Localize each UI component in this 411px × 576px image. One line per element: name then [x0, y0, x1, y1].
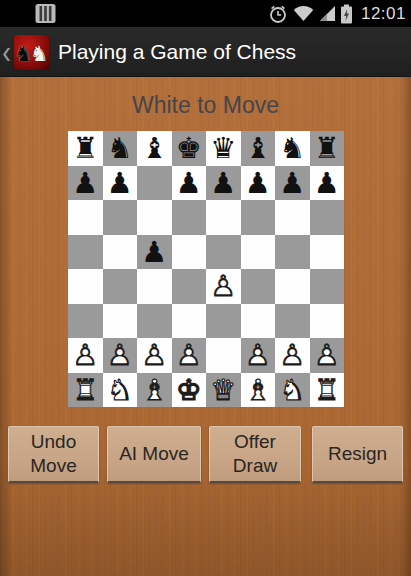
square-a7[interactable]: ♟	[68, 166, 103, 201]
square-e6[interactable]	[206, 200, 241, 235]
square-a3[interactable]	[68, 304, 103, 339]
status-system-icons: 12:01	[268, 4, 406, 24]
square-a5[interactable]	[68, 235, 103, 270]
signal-icon	[319, 5, 336, 22]
status-bar: 12:01	[0, 0, 411, 28]
piece-black-rook: ♜	[310, 131, 345, 166]
square-g1[interactable]: ♞♘	[275, 373, 310, 408]
square-g6[interactable]	[275, 200, 310, 235]
square-d8[interactable]: ♚	[172, 131, 207, 166]
screen: 12:01 ‹ ♞ ♞ Playing a Game of Chess Whit…	[0, 0, 411, 576]
square-f4[interactable]	[241, 269, 276, 304]
square-d7[interactable]: ♟	[172, 166, 207, 201]
square-e1[interactable]: ♛♕	[206, 373, 241, 408]
square-b5[interactable]	[103, 235, 138, 270]
piece-white-bishop: ♝♗	[241, 373, 276, 408]
piece-white-pawn: ♟♙	[68, 338, 103, 373]
piece-white-pawn: ♟♙	[206, 269, 241, 304]
square-a4[interactable]	[68, 269, 103, 304]
square-b7[interactable]: ♟	[103, 166, 138, 201]
square-c1[interactable]: ♝♗	[137, 373, 172, 408]
square-c5[interactable]: ♟	[137, 235, 172, 270]
back-chevron-icon[interactable]: ‹	[0, 25, 13, 80]
piece-white-queen: ♛♕	[206, 373, 241, 408]
square-b2[interactable]: ♟♙	[103, 338, 138, 373]
white-knight-icon: ♞	[30, 38, 49, 70]
piece-black-pawn: ♟	[310, 166, 345, 201]
ai-move-label: AI Move	[113, 442, 195, 466]
square-e5[interactable]	[206, 235, 241, 270]
piece-black-pawn: ♟	[137, 235, 172, 270]
square-b6[interactable]	[103, 200, 138, 235]
square-g8[interactable]: ♞	[275, 131, 310, 166]
turn-indicator: White to Move	[0, 92, 411, 119]
square-h5[interactable]	[310, 235, 345, 270]
square-h6[interactable]	[310, 200, 345, 235]
piece-white-king: ♚♔	[172, 373, 207, 408]
alarm-icon	[268, 4, 288, 24]
resign-button[interactable]: Resign	[312, 426, 403, 483]
square-e3[interactable]	[206, 304, 241, 339]
piece-black-knight: ♞	[275, 131, 310, 166]
square-c4[interactable]	[137, 269, 172, 304]
piece-black-king: ♚	[172, 131, 207, 166]
square-b4[interactable]	[103, 269, 138, 304]
square-d2[interactable]: ♟♙	[172, 338, 207, 373]
square-f6[interactable]	[241, 200, 276, 235]
piece-white-pawn: ♟♙	[137, 338, 172, 373]
piece-white-knight: ♞♘	[275, 373, 310, 408]
offer-draw-button[interactable]: Offer Draw	[209, 426, 301, 483]
square-f2[interactable]: ♟♙	[241, 338, 276, 373]
square-h3[interactable]	[310, 304, 345, 339]
piece-black-knight: ♞	[103, 131, 138, 166]
piece-black-pawn: ♟	[68, 166, 103, 201]
square-a1[interactable]: ♜♖	[68, 373, 103, 408]
square-b8[interactable]: ♞	[103, 131, 138, 166]
square-a6[interactable]	[68, 200, 103, 235]
square-g5[interactable]	[275, 235, 310, 270]
piece-white-pawn: ♟♙	[310, 338, 345, 373]
square-d6[interactable]	[172, 200, 207, 235]
piece-black-pawn: ♟	[103, 166, 138, 201]
piece-black-pawn: ♟	[206, 166, 241, 201]
piece-white-rook: ♜♖	[310, 373, 345, 408]
square-d3[interactable]	[172, 304, 207, 339]
piece-white-pawn: ♟♙	[275, 338, 310, 373]
piece-white-bishop: ♝♗	[137, 373, 172, 408]
action-bar: ‹ ♞ ♞ Playing a Game of Chess	[0, 28, 411, 77]
app-icon[interactable]: ♞ ♞	[14, 35, 49, 70]
status-time: 12:01	[361, 4, 406, 24]
square-f5[interactable]	[241, 235, 276, 270]
square-f3[interactable]	[241, 304, 276, 339]
status-notification-area	[34, 3, 57, 24]
piece-black-pawn: ♟	[172, 166, 207, 201]
battery-charging-icon	[340, 4, 353, 24]
square-d4[interactable]	[172, 269, 207, 304]
square-c3[interactable]	[137, 304, 172, 339]
offer-draw-label: Offer Draw	[210, 430, 300, 478]
square-d1[interactable]: ♚♔	[172, 373, 207, 408]
square-c2[interactable]: ♟♙	[137, 338, 172, 373]
square-f1[interactable]: ♝♗	[241, 373, 276, 408]
square-h1[interactable]: ♜♖	[310, 373, 345, 408]
square-a2[interactable]: ♟♙	[68, 338, 103, 373]
piece-white-pawn: ♟♙	[103, 338, 138, 373]
square-a8[interactable]: ♜	[68, 131, 103, 166]
square-h2[interactable]: ♟♙	[310, 338, 345, 373]
square-e4[interactable]: ♟♙	[206, 269, 241, 304]
square-h4[interactable]	[310, 269, 345, 304]
wifi-icon	[292, 4, 315, 23]
chess-board: ♜♞♝♚♛♝♞♜♟♟♟♟♟♟♟♟♟♙♟♙♟♙♟♙♟♙♟♙♟♙♟♙♜♖♞♘♝♗♚♔…	[68, 131, 344, 407]
square-g2[interactable]: ♟♙	[275, 338, 310, 373]
resign-label: Resign	[322, 442, 393, 466]
square-c7[interactable]	[137, 166, 172, 201]
piece-black-pawn: ♟	[275, 166, 310, 201]
square-b1[interactable]: ♞♘	[103, 373, 138, 408]
square-c6[interactable]	[137, 200, 172, 235]
app-title: Playing a Game of Chess	[58, 40, 296, 64]
piece-black-bishop: ♝	[137, 131, 172, 166]
ai-move-button[interactable]: AI Move	[107, 426, 201, 483]
square-d5[interactable]	[172, 235, 207, 270]
square-h7[interactable]: ♟	[310, 166, 345, 201]
undo-move-label: Undo Move	[9, 430, 98, 478]
piece-black-pawn: ♟	[241, 166, 276, 201]
piece-white-rook: ♜♖	[68, 373, 103, 408]
square-g3[interactable]	[275, 304, 310, 339]
square-b3[interactable]	[103, 304, 138, 339]
piece-black-bishop: ♝	[241, 131, 276, 166]
dock-icon	[34, 3, 57, 24]
square-f7[interactable]: ♟	[241, 166, 276, 201]
square-e8[interactable]: ♛	[206, 131, 241, 166]
piece-black-queen: ♛	[206, 131, 241, 166]
square-c8[interactable]: ♝	[137, 131, 172, 166]
square-g7[interactable]: ♟	[275, 166, 310, 201]
piece-black-rook: ♜	[68, 131, 103, 166]
piece-white-knight: ♞♘	[103, 373, 138, 408]
square-e2[interactable]	[206, 338, 241, 373]
piece-white-pawn: ♟♙	[241, 338, 276, 373]
square-h8[interactable]: ♜	[310, 131, 345, 166]
square-f8[interactable]: ♝	[241, 131, 276, 166]
square-g4[interactable]	[275, 269, 310, 304]
piece-white-pawn: ♟♙	[172, 338, 207, 373]
square-e7[interactable]: ♟	[206, 166, 241, 201]
undo-move-button[interactable]: Undo Move	[8, 426, 99, 483]
